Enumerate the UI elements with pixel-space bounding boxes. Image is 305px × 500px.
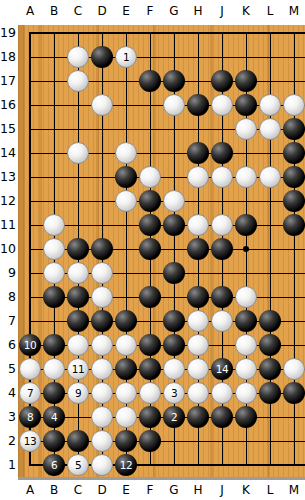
stone-black-H16 bbox=[187, 94, 209, 116]
stone-black-E13 bbox=[115, 166, 137, 188]
stone-white-D9 bbox=[91, 262, 113, 284]
column-label-H: H bbox=[186, 483, 210, 497]
column-label-J: J bbox=[210, 4, 234, 18]
stone-black-M12 bbox=[283, 190, 305, 212]
stone-white-B9 bbox=[43, 262, 65, 284]
stone-black-J8 bbox=[211, 286, 233, 308]
stone-white-E14 bbox=[115, 142, 137, 164]
stone-white-B5 bbox=[43, 358, 65, 380]
move-number-10: 10 bbox=[24, 340, 36, 351]
stone-black-A6: 10 bbox=[19, 334, 41, 356]
stone-white-D2 bbox=[91, 430, 113, 452]
stone-black-M14 bbox=[283, 142, 305, 164]
stone-black-D18 bbox=[91, 46, 113, 68]
row-label-2: 2 bbox=[0, 429, 16, 453]
stone-black-L4 bbox=[259, 382, 281, 404]
stone-black-J5: 14 bbox=[211, 358, 233, 380]
stone-black-D10 bbox=[91, 238, 113, 260]
stone-white-E6 bbox=[115, 334, 137, 356]
stone-white-E4 bbox=[115, 382, 137, 404]
stone-white-A5 bbox=[19, 358, 41, 380]
stone-white-H7 bbox=[187, 310, 209, 332]
stone-white-K5 bbox=[235, 358, 257, 380]
stone-white-C17 bbox=[67, 70, 89, 92]
column-label-D: D bbox=[90, 483, 114, 497]
stone-black-K16 bbox=[235, 94, 257, 116]
column-labels-bottom: ABCDEFGHJKLM bbox=[18, 481, 305, 500]
stone-white-D4 bbox=[91, 382, 113, 404]
stone-black-D7 bbox=[91, 310, 113, 332]
go-board[interactable]: 1101114793842136512 bbox=[18, 25, 305, 477]
stone-white-D16 bbox=[91, 94, 113, 116]
row-label-4: 4 bbox=[0, 381, 16, 405]
column-label-C: C bbox=[66, 4, 90, 18]
stone-white-J16 bbox=[211, 94, 233, 116]
row-label-11: 11 bbox=[0, 213, 16, 237]
move-number-4: 4 bbox=[51, 412, 57, 423]
stone-white-G5 bbox=[163, 358, 185, 380]
column-label-F: F bbox=[138, 483, 162, 497]
stone-white-E12 bbox=[115, 190, 137, 212]
move-number-7: 7 bbox=[27, 388, 33, 399]
stone-black-B2 bbox=[43, 430, 65, 452]
stone-white-J4 bbox=[211, 382, 233, 404]
stone-white-E18: 1 bbox=[115, 46, 137, 68]
go-diagram: ABCDEFGHJKLM 191817161514131211109876543… bbox=[0, 0, 305, 500]
row-label-16: 16 bbox=[0, 93, 16, 117]
stone-black-C7 bbox=[67, 310, 89, 332]
stone-black-M4 bbox=[283, 382, 305, 404]
column-label-E: E bbox=[114, 4, 138, 18]
stone-white-B11 bbox=[43, 214, 65, 236]
stone-black-G6 bbox=[163, 334, 185, 356]
stone-white-C1: 5 bbox=[67, 454, 89, 476]
stone-white-M5 bbox=[283, 358, 305, 380]
move-number-12: 12 bbox=[120, 460, 132, 471]
column-label-E: E bbox=[114, 483, 138, 497]
column-label-J: J bbox=[210, 483, 234, 497]
stone-black-F2 bbox=[139, 430, 161, 452]
stone-black-E1: 12 bbox=[115, 454, 137, 476]
stone-white-H4 bbox=[187, 382, 209, 404]
stone-black-H10 bbox=[187, 238, 209, 260]
stone-white-K15 bbox=[235, 118, 257, 140]
stone-white-A2: 13 bbox=[19, 430, 41, 452]
stone-white-G4: 3 bbox=[163, 382, 185, 404]
column-label-K: K bbox=[234, 4, 258, 18]
row-label-15: 15 bbox=[0, 117, 16, 141]
row-label-3: 3 bbox=[0, 405, 16, 429]
stone-white-E3 bbox=[115, 406, 137, 428]
move-number-14: 14 bbox=[216, 364, 228, 375]
move-number-6: 6 bbox=[51, 460, 57, 471]
stone-black-B1: 6 bbox=[43, 454, 65, 476]
stone-white-G12 bbox=[163, 190, 185, 212]
stone-white-F13 bbox=[139, 166, 161, 188]
column-label-A: A bbox=[18, 4, 42, 18]
stone-white-K13 bbox=[235, 166, 257, 188]
row-label-7: 7 bbox=[0, 309, 16, 333]
stone-black-B3: 4 bbox=[43, 406, 65, 428]
stone-white-D8 bbox=[91, 286, 113, 308]
stone-black-G17 bbox=[163, 70, 185, 92]
column-label-B: B bbox=[42, 4, 66, 18]
stone-white-D5 bbox=[91, 358, 113, 380]
stone-black-A3: 8 bbox=[19, 406, 41, 428]
stone-white-B10 bbox=[43, 238, 65, 260]
row-label-10: 10 bbox=[0, 237, 16, 261]
move-number-13: 13 bbox=[24, 436, 36, 447]
stone-black-F5 bbox=[139, 358, 161, 380]
stone-white-G16 bbox=[163, 94, 185, 116]
column-label-K: K bbox=[234, 483, 258, 497]
stone-white-C4: 9 bbox=[67, 382, 89, 404]
stone-black-H3 bbox=[187, 406, 209, 428]
stone-black-M11 bbox=[283, 214, 305, 236]
column-label-G: G bbox=[162, 4, 186, 18]
column-label-M: M bbox=[282, 483, 305, 497]
move-number-11: 11 bbox=[72, 364, 84, 375]
column-label-F: F bbox=[138, 4, 162, 18]
stone-white-K4 bbox=[235, 382, 257, 404]
column-label-B: B bbox=[42, 483, 66, 497]
stone-black-G11 bbox=[163, 214, 185, 236]
stone-white-J7 bbox=[211, 310, 233, 332]
stone-black-F11 bbox=[139, 214, 161, 236]
move-number-1: 1 bbox=[123, 52, 129, 63]
column-label-C: C bbox=[66, 483, 90, 497]
row-label-1: 1 bbox=[0, 453, 16, 477]
row-label-18: 18 bbox=[0, 45, 16, 69]
stone-black-K3 bbox=[235, 406, 257, 428]
gridline-row-19 bbox=[29, 32, 305, 34]
stone-black-E7 bbox=[115, 310, 137, 332]
stone-white-A4: 7 bbox=[19, 382, 41, 404]
row-label-6: 6 bbox=[0, 333, 16, 357]
stone-black-F10 bbox=[139, 238, 161, 260]
column-label-G: G bbox=[162, 483, 186, 497]
stone-black-M15 bbox=[283, 118, 305, 140]
stone-black-B6 bbox=[43, 334, 65, 356]
row-label-8: 8 bbox=[0, 285, 16, 309]
stone-white-H13 bbox=[187, 166, 209, 188]
stone-black-L7 bbox=[259, 310, 281, 332]
stone-white-D6 bbox=[91, 334, 113, 356]
stone-black-K7 bbox=[235, 310, 257, 332]
stone-white-C6 bbox=[67, 334, 89, 356]
stone-black-C8 bbox=[67, 286, 89, 308]
stone-black-L6 bbox=[259, 334, 281, 356]
stone-white-K8 bbox=[235, 286, 257, 308]
stone-black-B4 bbox=[43, 382, 65, 404]
move-number-8: 8 bbox=[27, 412, 33, 423]
star-point-K10 bbox=[243, 246, 249, 252]
column-label-L: L bbox=[258, 4, 282, 18]
stone-black-G9 bbox=[163, 262, 185, 284]
stone-white-C9 bbox=[67, 262, 89, 284]
stone-black-G3: 2 bbox=[163, 406, 185, 428]
stone-black-J14 bbox=[211, 142, 233, 164]
stone-black-H14 bbox=[187, 142, 209, 164]
row-label-13: 13 bbox=[0, 165, 16, 189]
stone-white-J13 bbox=[211, 166, 233, 188]
stone-black-K11 bbox=[235, 214, 257, 236]
board-shadow bbox=[18, 477, 305, 480]
stone-black-F3 bbox=[139, 406, 161, 428]
stone-white-H6 bbox=[187, 334, 209, 356]
stone-white-C5: 11 bbox=[67, 358, 89, 380]
stone-black-J3 bbox=[211, 406, 233, 428]
row-label-17: 17 bbox=[0, 69, 16, 93]
stone-black-F8 bbox=[139, 286, 161, 308]
column-label-D: D bbox=[90, 4, 114, 18]
stone-black-E5 bbox=[115, 358, 137, 380]
column-labels-top: ABCDEFGHJKLM bbox=[18, 0, 305, 22]
stone-white-F4 bbox=[139, 382, 161, 404]
stone-black-K17 bbox=[235, 70, 257, 92]
stone-black-F17 bbox=[139, 70, 161, 92]
column-label-A: A bbox=[18, 483, 42, 497]
stone-black-B8 bbox=[43, 286, 65, 308]
stone-white-L16 bbox=[259, 94, 281, 116]
stone-white-J11 bbox=[211, 214, 233, 236]
stone-black-M13 bbox=[283, 166, 305, 188]
row-label-9: 9 bbox=[0, 261, 16, 285]
stone-white-D1 bbox=[91, 454, 113, 476]
stone-black-J17 bbox=[211, 70, 233, 92]
row-label-14: 14 bbox=[0, 141, 16, 165]
stone-black-C2 bbox=[67, 430, 89, 452]
column-label-H: H bbox=[186, 4, 210, 18]
stone-white-L13 bbox=[259, 166, 281, 188]
row-label-5: 5 bbox=[0, 357, 16, 381]
stone-black-H8 bbox=[187, 286, 209, 308]
stone-white-C18 bbox=[67, 46, 89, 68]
column-label-M: M bbox=[282, 4, 305, 18]
stone-white-C14 bbox=[67, 142, 89, 164]
stone-black-F6 bbox=[139, 334, 161, 356]
column-label-L: L bbox=[258, 483, 282, 497]
stone-black-F12 bbox=[139, 190, 161, 212]
stone-white-D3 bbox=[91, 406, 113, 428]
move-number-2: 2 bbox=[171, 412, 177, 423]
stone-black-E2 bbox=[115, 430, 137, 452]
row-labels: 19181716151413121110987654321 bbox=[0, 25, 16, 477]
stone-black-J10 bbox=[211, 238, 233, 260]
stone-white-M16 bbox=[283, 94, 305, 116]
row-label-19: 19 bbox=[0, 21, 16, 45]
stone-white-H11 bbox=[187, 214, 209, 236]
stone-black-L5 bbox=[259, 358, 281, 380]
move-number-5: 5 bbox=[75, 460, 81, 471]
row-label-12: 12 bbox=[0, 189, 16, 213]
move-number-9: 9 bbox=[75, 388, 81, 399]
stone-black-G7 bbox=[163, 310, 185, 332]
stone-white-K6 bbox=[235, 334, 257, 356]
move-number-3: 3 bbox=[171, 388, 177, 399]
stone-white-L15 bbox=[259, 118, 281, 140]
stone-white-H5 bbox=[187, 358, 209, 380]
stone-black-C10 bbox=[67, 238, 89, 260]
